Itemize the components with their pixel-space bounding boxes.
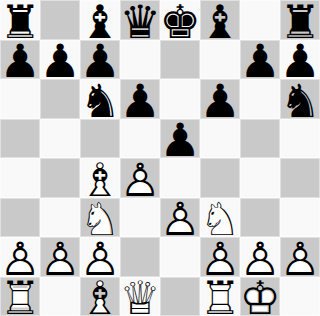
black-pawn: ♟ — [159, 117, 200, 163]
black-pawn: ♟ — [119, 78, 160, 124]
square-d1[interactable]: ♛♕ — [120, 277, 160, 316]
black-knight: ♞ — [79, 78, 120, 124]
white-pawn: ♟♙ — [39, 236, 80, 282]
square-a4[interactable] — [0, 158, 40, 198]
white-pawn-outline: ♙ — [279, 236, 320, 282]
chess-diagram: ♜♝♛♚♝♜♟♟♟♟♟♞♟♟♞♟♝♗♟♙♞♘♟♙♞♘♟♙♟♙♟♙♟♙♟♙♟♙♜♖… — [0, 0, 320, 316]
square-g5[interactable] — [240, 119, 280, 159]
square-b1[interactable] — [40, 277, 80, 316]
square-h1[interactable] — [280, 277, 320, 316]
white-rook-outline: ♖ — [0, 275, 41, 316]
black-pawn: ♟ — [199, 78, 240, 124]
square-g6[interactable] — [240, 79, 280, 119]
square-g1[interactable]: ♚♔ — [240, 277, 280, 316]
square-a7[interactable]: ♟ — [0, 40, 40, 80]
white-pawn-outline: ♙ — [159, 196, 200, 242]
white-king-outline: ♔ — [239, 275, 280, 316]
square-h5[interactable] — [280, 119, 320, 159]
white-bishop-outline: ♗ — [79, 275, 120, 316]
square-f5[interactable] — [200, 119, 240, 159]
white-queen: ♛♕ — [119, 275, 160, 316]
white-pawn: ♟♙ — [279, 236, 320, 282]
black-pawn: ♟ — [239, 38, 280, 84]
chess-board: ♜♝♛♚♝♜♟♟♟♟♟♞♟♟♞♟♝♗♟♙♞♘♟♙♞♘♟♙♟♙♟♙♟♙♟♙♟♙♜♖… — [0, 0, 320, 316]
black-bishop: ♝ — [199, 0, 240, 45]
square-f8[interactable]: ♝ — [200, 0, 240, 40]
square-g7[interactable]: ♟ — [240, 40, 280, 80]
square-h4[interactable] — [280, 158, 320, 198]
black-pawn: ♟ — [0, 38, 41, 84]
square-e7[interactable] — [160, 40, 200, 80]
square-a5[interactable] — [0, 119, 40, 159]
square-c6[interactable]: ♞ — [80, 79, 120, 119]
white-pawn: ♟♙ — [119, 157, 160, 203]
white-rook: ♜♖ — [199, 275, 240, 316]
square-b6[interactable] — [40, 79, 80, 119]
square-f6[interactable]: ♟ — [200, 79, 240, 119]
white-pawn-outline: ♙ — [39, 236, 80, 282]
square-a1[interactable]: ♜♖ — [0, 277, 40, 316]
white-rook-outline: ♖ — [199, 275, 240, 316]
white-queen-outline: ♕ — [119, 275, 160, 316]
square-e1[interactable] — [160, 277, 200, 316]
white-rook: ♜♖ — [0, 275, 41, 316]
square-d6[interactable]: ♟ — [120, 79, 160, 119]
square-c1[interactable]: ♝♗ — [80, 277, 120, 316]
square-d4[interactable]: ♟♙ — [120, 158, 160, 198]
square-b4[interactable] — [40, 158, 80, 198]
square-d3[interactable] — [120, 198, 160, 238]
square-a6[interactable] — [0, 79, 40, 119]
black-pawn: ♟ — [39, 38, 80, 84]
white-pawn-outline: ♙ — [119, 157, 160, 203]
square-g4[interactable] — [240, 158, 280, 198]
square-e8[interactable]: ♚ — [160, 0, 200, 40]
white-bishop: ♝♗ — [79, 275, 120, 316]
square-b5[interactable] — [40, 119, 80, 159]
square-h2[interactable]: ♟♙ — [280, 237, 320, 277]
square-b2[interactable]: ♟♙ — [40, 237, 80, 277]
square-e2[interactable] — [160, 237, 200, 277]
square-e3[interactable]: ♟♙ — [160, 198, 200, 238]
square-f1[interactable]: ♜♖ — [200, 277, 240, 316]
black-king: ♚ — [159, 0, 200, 45]
square-h6[interactable]: ♞ — [280, 79, 320, 119]
black-knight: ♞ — [279, 78, 320, 124]
white-pawn: ♟♙ — [159, 196, 200, 242]
square-b7[interactable]: ♟ — [40, 40, 80, 80]
black-queen: ♛ — [119, 0, 160, 45]
white-king: ♚♔ — [239, 275, 280, 316]
square-d8[interactable]: ♛ — [120, 0, 160, 40]
square-e5[interactable]: ♟ — [160, 119, 200, 159]
